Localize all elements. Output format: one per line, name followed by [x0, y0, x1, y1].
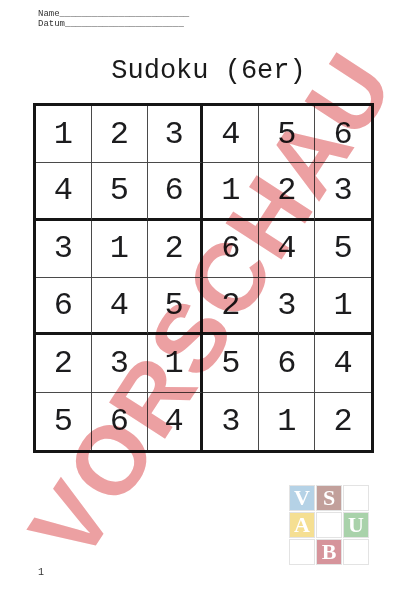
sudoku-cell-r6c6: 2 — [315, 393, 371, 450]
sudoku-cell-r6c3: 4 — [148, 393, 204, 450]
sudoku-cell-r2c4: 1 — [203, 163, 259, 220]
sudoku-cell-r6c4: 3 — [203, 393, 259, 450]
sudoku-cell-r1c6: 6 — [315, 106, 371, 163]
sudoku-cell-r4c5: 3 — [259, 278, 315, 335]
sudoku-cell-r2c3: 6 — [148, 163, 204, 220]
sudoku-cell-r3c3: 2 — [148, 221, 204, 278]
sudoku-board: 123456456123312645645231231564564312 — [33, 103, 374, 453]
sudoku-cell-r3c2: 1 — [92, 221, 148, 278]
worksheet-page: Name________________________Datum_______… — [0, 0, 417, 600]
sudoku-cell-r4c2: 4 — [92, 278, 148, 335]
sudoku-cell-r1c2: 2 — [92, 106, 148, 163]
logo-tile-v: V — [289, 485, 315, 511]
sudoku-cell-r4c1: 6 — [36, 278, 92, 335]
sudoku-cell-r4c6: 1 — [315, 278, 371, 335]
page-title: Sudoku (6er) — [0, 56, 417, 86]
sudoku-cell-r6c1: 5 — [36, 393, 92, 450]
sudoku-cell-r3c4: 6 — [203, 221, 259, 278]
logo-tile-a: A — [289, 512, 315, 538]
sudoku-cell-r3c6: 5 — [315, 221, 371, 278]
sudoku-cell-r1c4: 4 — [203, 106, 259, 163]
logo-tile-empty-4 — [316, 512, 342, 538]
datum-line: Datum______________________ — [38, 19, 184, 29]
sudoku-cell-r5c5: 6 — [259, 335, 315, 392]
sudoku-cell-r6c2: 6 — [92, 393, 148, 450]
sudoku-cell-r6c5: 1 — [259, 393, 315, 450]
sudoku-cell-r2c1: 4 — [36, 163, 92, 220]
logo-tile-empty-2 — [343, 485, 369, 511]
sudoku-cell-r4c3: 5 — [148, 278, 204, 335]
sudoku-cell-r3c1: 3 — [36, 221, 92, 278]
sudoku-cell-r1c3: 3 — [148, 106, 204, 163]
name-datum-block: Name________________________Datum_______… — [38, 9, 189, 29]
logo-tile-b: B — [316, 539, 342, 565]
logo-tile-u: U — [343, 512, 369, 538]
sudoku-cell-r5c6: 4 — [315, 335, 371, 392]
publisher-logo: VSAUB — [289, 485, 369, 565]
logo-tile-empty-8 — [343, 539, 369, 565]
sudoku-cell-r1c5: 5 — [259, 106, 315, 163]
sudoku-cell-r5c1: 2 — [36, 335, 92, 392]
sudoku-cell-r1c1: 1 — [36, 106, 92, 163]
sudoku-cell-r3c5: 4 — [259, 221, 315, 278]
sudoku-cell-r2c2: 5 — [92, 163, 148, 220]
sudoku-cell-r5c4: 5 — [203, 335, 259, 392]
sudoku-cell-r2c5: 2 — [259, 163, 315, 220]
logo-tile-s: S — [316, 485, 342, 511]
sudoku-cell-r2c6: 3 — [315, 163, 371, 220]
page-number: 1 — [38, 567, 44, 578]
sudoku-cell-r5c3: 1 — [148, 335, 204, 392]
sudoku-cell-r4c4: 2 — [203, 278, 259, 335]
name-line: Name________________________ — [38, 9, 189, 19]
logo-tile-empty-6 — [289, 539, 315, 565]
sudoku-cell-r5c2: 3 — [92, 335, 148, 392]
